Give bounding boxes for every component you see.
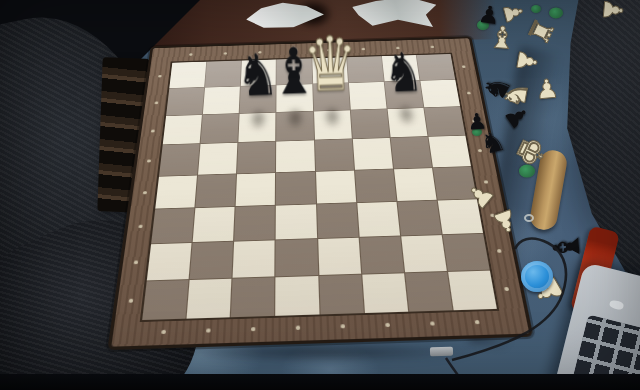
scattered-white-piece[interactable]: ♝ [488, 22, 517, 54]
scattered-black-piece[interactable]: ♞ [477, 126, 509, 160]
captured-pieces-pile: ♟♟♟♜♝♟♞♟♞♟♟♚♞♟♟♝♟ [0, 0, 640, 390]
scattered-white-piece[interactable]: ♚ [509, 131, 553, 173]
scattered-black-piece[interactable]: ♝ [548, 229, 587, 264]
laptop-logo-glint [609, 299, 625, 310]
felt-base [531, 5, 541, 13]
scattered-white-piece[interactable]: ♟ [488, 204, 521, 239]
scattered-white-piece[interactable]: ♜ [522, 14, 558, 49]
chess-scene: ♞♝♛♞ ♟♟♟♜♝♟♞♟♞♟♟♚♞♟♟♝♟ [0, 0, 640, 390]
board-clasp [430, 347, 453, 357]
felt-base [549, 7, 563, 18]
bottom-dark-strip [0, 374, 640, 390]
scattered-white-piece[interactable]: ♟ [512, 47, 542, 74]
white-washer [524, 214, 534, 222]
blue-bottle-cap [521, 261, 553, 292]
scattered-white-piece[interactable]: ♟ [534, 75, 559, 103]
scattered-white-piece[interactable]: ♟ [599, 0, 627, 23]
